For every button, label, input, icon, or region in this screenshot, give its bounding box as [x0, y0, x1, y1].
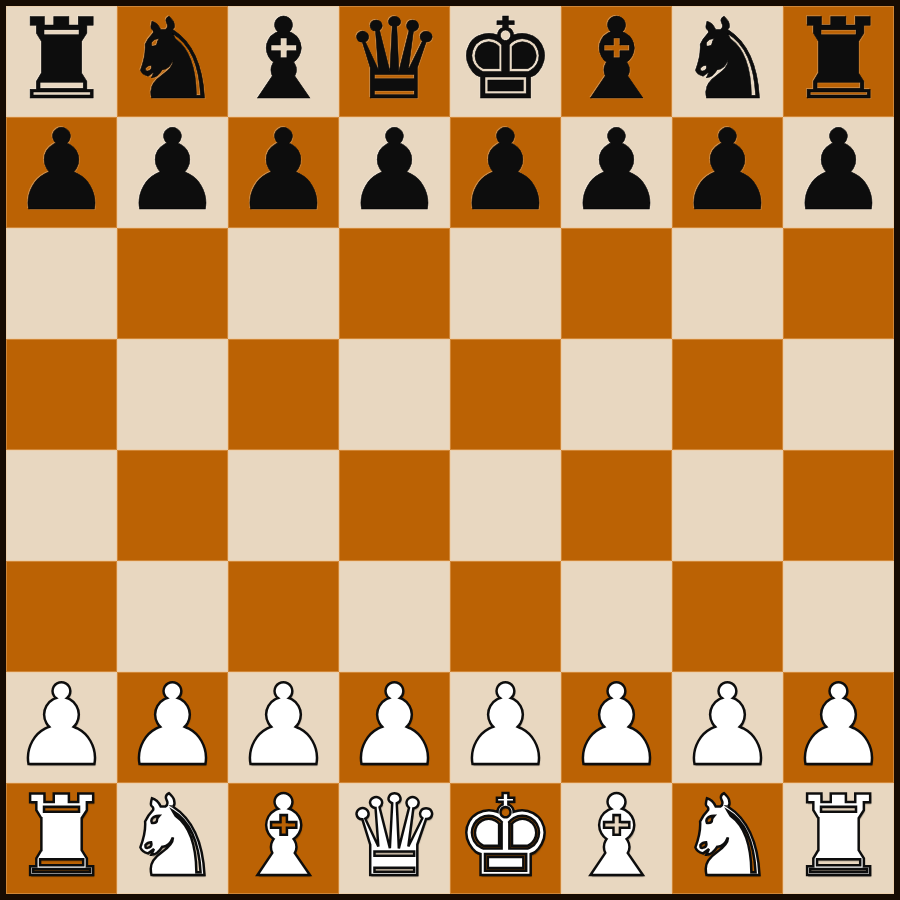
- square-h6[interactable]: [783, 228, 894, 339]
- square-h8[interactable]: ♜: [783, 6, 894, 117]
- square-f3[interactable]: [561, 561, 672, 672]
- piece-white-pawn[interactable]: ♟: [122, 669, 222, 781]
- square-d4[interactable]: [339, 450, 450, 561]
- square-d3[interactable]: [339, 561, 450, 672]
- board-frame: ♜♞♝♛♚♝♞♜♟♟♟♟♟♟♟♟♟♟♟♟♟♟♟♟♜♞♝♛♚♝♞♜: [0, 0, 900, 900]
- piece-black-knight[interactable]: ♞: [122, 3, 222, 115]
- piece-white-pawn[interactable]: ♟: [455, 669, 555, 781]
- square-e3[interactable]: [450, 561, 561, 672]
- square-b4[interactable]: [117, 450, 228, 561]
- piece-black-pawn[interactable]: ♟: [344, 114, 444, 226]
- piece-black-pawn[interactable]: ♟: [11, 114, 111, 226]
- square-h5[interactable]: [783, 339, 894, 450]
- piece-white-pawn[interactable]: ♟: [677, 669, 777, 781]
- square-e8[interactable]: ♚: [450, 6, 561, 117]
- piece-black-bishop[interactable]: ♝: [566, 3, 666, 115]
- piece-black-pawn[interactable]: ♟: [122, 114, 222, 226]
- square-a1[interactable]: ♜: [6, 783, 117, 894]
- square-e4[interactable]: [450, 450, 561, 561]
- piece-black-pawn[interactable]: ♟: [566, 114, 666, 226]
- square-b3[interactable]: [117, 561, 228, 672]
- piece-black-pawn[interactable]: ♟: [455, 114, 555, 226]
- square-f1[interactable]: ♝: [561, 783, 672, 894]
- piece-white-king[interactable]: ♚: [455, 780, 555, 892]
- square-d5[interactable]: [339, 339, 450, 450]
- piece-black-rook[interactable]: ♜: [788, 3, 888, 115]
- piece-white-rook[interactable]: ♜: [788, 780, 888, 892]
- square-h7[interactable]: ♟: [783, 117, 894, 228]
- square-f7[interactable]: ♟: [561, 117, 672, 228]
- square-f6[interactable]: [561, 228, 672, 339]
- square-c4[interactable]: [228, 450, 339, 561]
- square-h1[interactable]: ♜: [783, 783, 894, 894]
- piece-white-rook[interactable]: ♜: [11, 780, 111, 892]
- piece-white-pawn[interactable]: ♟: [788, 669, 888, 781]
- square-a4[interactable]: [6, 450, 117, 561]
- square-c2[interactable]: ♟: [228, 672, 339, 783]
- square-d7[interactable]: ♟: [339, 117, 450, 228]
- piece-black-knight[interactable]: ♞: [677, 3, 777, 115]
- piece-white-pawn[interactable]: ♟: [233, 669, 333, 781]
- square-g6[interactable]: [672, 228, 783, 339]
- square-b8[interactable]: ♞: [117, 6, 228, 117]
- square-d8[interactable]: ♛: [339, 6, 450, 117]
- piece-white-pawn[interactable]: ♟: [344, 669, 444, 781]
- square-b2[interactable]: ♟: [117, 672, 228, 783]
- piece-white-pawn[interactable]: ♟: [11, 669, 111, 781]
- square-d6[interactable]: [339, 228, 450, 339]
- piece-black-pawn[interactable]: ♟: [233, 114, 333, 226]
- square-c5[interactable]: [228, 339, 339, 450]
- piece-white-knight[interactable]: ♞: [122, 780, 222, 892]
- piece-black-bishop[interactable]: ♝: [233, 3, 333, 115]
- square-b1[interactable]: ♞: [117, 783, 228, 894]
- piece-white-queen[interactable]: ♛: [344, 780, 444, 892]
- square-h3[interactable]: [783, 561, 894, 672]
- square-a8[interactable]: ♜: [6, 6, 117, 117]
- piece-black-rook[interactable]: ♜: [11, 3, 111, 115]
- square-f8[interactable]: ♝: [561, 6, 672, 117]
- square-e5[interactable]: [450, 339, 561, 450]
- square-c8[interactable]: ♝: [228, 6, 339, 117]
- square-c3[interactable]: [228, 561, 339, 672]
- square-g7[interactable]: ♟: [672, 117, 783, 228]
- square-b7[interactable]: ♟: [117, 117, 228, 228]
- square-a2[interactable]: ♟: [6, 672, 117, 783]
- square-f2[interactable]: ♟: [561, 672, 672, 783]
- square-a5[interactable]: [6, 339, 117, 450]
- piece-black-king[interactable]: ♚: [455, 3, 555, 115]
- piece-white-pawn[interactable]: ♟: [566, 669, 666, 781]
- square-h2[interactable]: ♟: [783, 672, 894, 783]
- chess-board: ♜♞♝♛♚♝♞♜♟♟♟♟♟♟♟♟♟♟♟♟♟♟♟♟♜♞♝♛♚♝♞♜: [6, 6, 894, 894]
- square-c1[interactable]: ♝: [228, 783, 339, 894]
- square-d1[interactable]: ♛: [339, 783, 450, 894]
- square-d2[interactable]: ♟: [339, 672, 450, 783]
- square-a6[interactable]: [6, 228, 117, 339]
- square-c6[interactable]: [228, 228, 339, 339]
- square-e6[interactable]: [450, 228, 561, 339]
- square-f5[interactable]: [561, 339, 672, 450]
- square-a3[interactable]: [6, 561, 117, 672]
- square-b5[interactable]: [117, 339, 228, 450]
- square-h4[interactable]: [783, 450, 894, 561]
- square-g8[interactable]: ♞: [672, 6, 783, 117]
- square-e7[interactable]: ♟: [450, 117, 561, 228]
- piece-black-pawn[interactable]: ♟: [677, 114, 777, 226]
- square-g2[interactable]: ♟: [672, 672, 783, 783]
- square-e2[interactable]: ♟: [450, 672, 561, 783]
- square-b6[interactable]: [117, 228, 228, 339]
- square-c7[interactable]: ♟: [228, 117, 339, 228]
- piece-black-queen[interactable]: ♛: [344, 3, 444, 115]
- square-g5[interactable]: [672, 339, 783, 450]
- square-f4[interactable]: [561, 450, 672, 561]
- square-g1[interactable]: ♞: [672, 783, 783, 894]
- piece-black-pawn[interactable]: ♟: [788, 114, 888, 226]
- square-g4[interactable]: [672, 450, 783, 561]
- square-e1[interactable]: ♚: [450, 783, 561, 894]
- piece-white-knight[interactable]: ♞: [677, 780, 777, 892]
- piece-white-bishop[interactable]: ♝: [566, 780, 666, 892]
- square-g3[interactable]: [672, 561, 783, 672]
- square-a7[interactable]: ♟: [6, 117, 117, 228]
- piece-white-bishop[interactable]: ♝: [233, 780, 333, 892]
